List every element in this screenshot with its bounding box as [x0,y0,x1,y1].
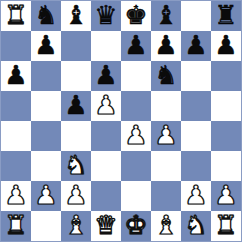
chess-board: ♜♞♝♛♚♝♜♟♟♟♟♟♟♟♞♟♟♟♟♞♟♟♟♟♟♜♝♛♚♝♞♜ [0,0,242,242]
square-g5[interactable] [181,91,211,121]
white-knight-icon: ♞ [184,212,207,238]
square-a6[interactable]: ♟ [1,61,31,91]
white-pawn-icon: ♟ [184,182,207,208]
black-pawn-icon: ♟ [64,92,87,118]
black-pawn-icon: ♟ [154,32,177,58]
square-h3[interactable] [211,151,241,181]
square-f2[interactable] [151,181,181,211]
square-d7[interactable] [91,31,121,61]
white-pawn-icon: ♟ [34,182,57,208]
white-pawn-icon: ♟ [64,182,87,208]
square-d4[interactable] [91,121,121,151]
square-d6[interactable]: ♟ [91,61,121,91]
black-pawn-icon: ♟ [124,32,147,58]
square-h5[interactable] [211,91,241,121]
black-rook-icon: ♜ [214,2,237,28]
white-queen-icon: ♛ [94,212,117,238]
square-f7[interactable]: ♟ [151,31,181,61]
square-g8[interactable] [181,1,211,31]
black-queen-icon: ♛ [94,2,117,28]
square-d5[interactable]: ♟ [91,91,121,121]
square-d2[interactable] [91,181,121,211]
white-pawn-icon: ♟ [214,182,237,208]
square-f1[interactable]: ♝ [151,211,181,241]
square-b7[interactable]: ♟ [31,31,61,61]
square-g4[interactable] [181,121,211,151]
white-knight-icon: ♞ [64,152,87,178]
black-knight-icon: ♞ [154,62,177,88]
square-c7[interactable] [61,31,91,61]
square-b8[interactable]: ♞ [31,1,61,31]
black-pawn-icon: ♟ [214,32,237,58]
square-g7[interactable]: ♟ [181,31,211,61]
square-g2[interactable]: ♟ [181,181,211,211]
square-a4[interactable] [1,121,31,151]
square-b6[interactable] [31,61,61,91]
square-h1[interactable]: ♜ [211,211,241,241]
square-c8[interactable]: ♝ [61,1,91,31]
square-e8[interactable]: ♚ [121,1,151,31]
square-f8[interactable]: ♝ [151,1,181,31]
white-pawn-icon: ♟ [154,122,177,148]
square-a1[interactable]: ♜ [1,211,31,241]
square-f5[interactable] [151,91,181,121]
white-pawn-icon: ♟ [124,122,147,148]
square-h2[interactable]: ♟ [211,181,241,211]
square-e7[interactable]: ♟ [121,31,151,61]
square-e6[interactable] [121,61,151,91]
square-a5[interactable] [1,91,31,121]
square-g6[interactable] [181,61,211,91]
square-d3[interactable] [91,151,121,181]
square-e3[interactable] [121,151,151,181]
white-pawn-icon: ♟ [94,92,117,118]
white-king-icon: ♚ [124,212,147,238]
black-pawn-icon: ♟ [4,62,27,88]
square-c2[interactable]: ♟ [61,181,91,211]
square-g3[interactable] [181,151,211,181]
square-g1[interactable]: ♞ [181,211,211,241]
square-d8[interactable]: ♛ [91,1,121,31]
square-d1[interactable]: ♛ [91,211,121,241]
white-rook-icon: ♜ [4,212,27,238]
black-king-icon: ♚ [124,2,147,28]
square-h7[interactable]: ♟ [211,31,241,61]
square-h8[interactable]: ♜ [211,1,241,31]
black-pawn-icon: ♟ [184,32,207,58]
black-pawn-icon: ♟ [94,62,117,88]
square-f6[interactable]: ♞ [151,61,181,91]
square-a2[interactable]: ♟ [1,181,31,211]
square-h6[interactable] [211,61,241,91]
square-b4[interactable] [31,121,61,151]
black-bishop-icon: ♝ [64,2,87,28]
black-pawn-icon: ♟ [34,32,57,58]
square-c3[interactable]: ♞ [61,151,91,181]
square-c6[interactable] [61,61,91,91]
square-e1[interactable]: ♚ [121,211,151,241]
square-c4[interactable] [61,121,91,151]
square-b5[interactable] [31,91,61,121]
square-b3[interactable] [31,151,61,181]
white-bishop-icon: ♝ [64,212,87,238]
square-b2[interactable]: ♟ [31,181,61,211]
black-bishop-icon: ♝ [154,2,177,28]
square-a8[interactable]: ♜ [1,1,31,31]
square-e5[interactable] [121,91,151,121]
black-knight-icon: ♞ [34,2,57,28]
white-rook-icon: ♜ [214,212,237,238]
square-c1[interactable]: ♝ [61,211,91,241]
square-f4[interactable]: ♟ [151,121,181,151]
white-rook-icon: ♜ [4,2,27,28]
white-bishop-icon: ♝ [154,212,177,238]
square-b1[interactable] [31,211,61,241]
square-e2[interactable] [121,181,151,211]
square-c5[interactable]: ♟ [61,91,91,121]
square-a3[interactable] [1,151,31,181]
square-a7[interactable] [1,31,31,61]
square-h4[interactable] [211,121,241,151]
white-pawn-icon: ♟ [4,182,27,208]
square-f3[interactable] [151,151,181,181]
square-e4[interactable]: ♟ [121,121,151,151]
